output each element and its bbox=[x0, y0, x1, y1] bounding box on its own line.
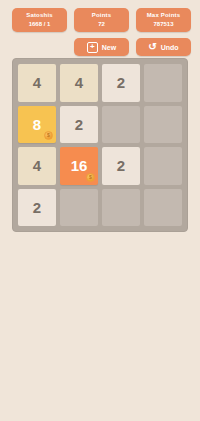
board[interactable]: 4428$2416$22 bbox=[12, 58, 188, 232]
tile-2: 2 bbox=[102, 147, 140, 185]
max-points-label: Max Points bbox=[147, 12, 181, 20]
empty-cell bbox=[144, 64, 182, 102]
empty-cell bbox=[102, 106, 140, 144]
tile-value: 8 bbox=[33, 116, 41, 133]
tile-2: 2 bbox=[60, 106, 98, 144]
undo-label: Undo bbox=[161, 44, 179, 51]
tile-4: 4 bbox=[18, 64, 56, 102]
new-game-button[interactable]: + New bbox=[74, 38, 129, 56]
satoshis-stat[interactable]: Satoshis 1668 / 1 bbox=[12, 8, 67, 32]
tile-2: 2 bbox=[18, 189, 56, 227]
plus-icon: + bbox=[87, 42, 98, 53]
game-screen: Satoshis 1668 / 1 Points 72 Max Points 7… bbox=[0, 0, 200, 421]
undo-button[interactable]: ↺ Undo bbox=[136, 38, 191, 56]
empty-cell bbox=[144, 147, 182, 185]
tile-value: 4 bbox=[33, 157, 41, 174]
points-label: Points bbox=[92, 12, 112, 20]
empty-cell bbox=[60, 189, 98, 227]
tile-8: 8$ bbox=[18, 106, 56, 144]
points-value: 72 bbox=[98, 21, 105, 29]
tile-value: 2 bbox=[117, 74, 125, 91]
tile-value: 2 bbox=[33, 199, 41, 216]
points-stat[interactable]: Points 72 bbox=[74, 8, 129, 32]
tile-4: 4 bbox=[60, 64, 98, 102]
satoshis-label: Satoshis bbox=[26, 12, 53, 20]
empty-cell bbox=[144, 189, 182, 227]
tile-2: 2 bbox=[102, 64, 140, 102]
empty-cell bbox=[144, 106, 182, 144]
tile-4: 4 bbox=[18, 147, 56, 185]
tile-value: 16 bbox=[71, 157, 88, 174]
undo-icon: ↺ bbox=[148, 42, 156, 52]
coin-icon: $ bbox=[44, 131, 53, 140]
satoshis-value: 1668 / 1 bbox=[29, 21, 51, 29]
tile-16: 16$ bbox=[60, 147, 98, 185]
tile-value: 2 bbox=[75, 116, 83, 133]
max-points-stat[interactable]: Max Points 787513 bbox=[136, 8, 191, 32]
coin-icon: $ bbox=[86, 173, 95, 182]
new-game-label: New bbox=[102, 44, 116, 51]
stats-row: Satoshis 1668 / 1 Points 72 Max Points 7… bbox=[12, 8, 191, 32]
tile-value: 4 bbox=[33, 74, 41, 91]
tile-value: 4 bbox=[75, 74, 83, 91]
max-points-value: 787513 bbox=[153, 21, 173, 29]
tile-value: 2 bbox=[117, 157, 125, 174]
empty-cell bbox=[102, 189, 140, 227]
actions-row: + New ↺ Undo bbox=[74, 38, 191, 56]
